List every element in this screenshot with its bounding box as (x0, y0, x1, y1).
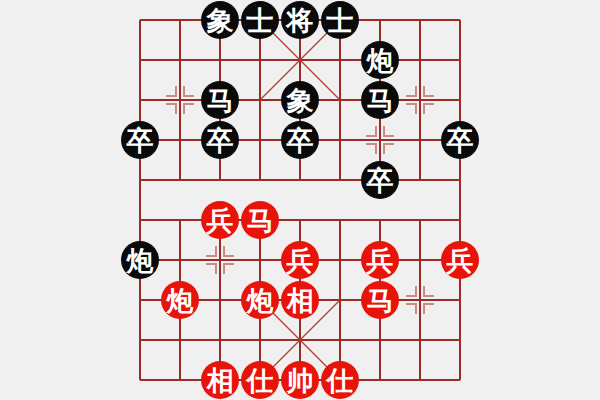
piece-red-f9[interactable]: 仕 (321, 361, 359, 399)
piece-red-d7[interactable]: 炮 (241, 281, 279, 319)
piece-black-c3[interactable]: 卒 (201, 121, 239, 159)
piece-red-g6[interactable]: 兵 (361, 241, 399, 279)
piece-black-e0[interactable]: 将 (281, 1, 319, 39)
piece-black-e3[interactable]: 卒 (281, 121, 319, 159)
piece-black-e2[interactable]: 象 (281, 81, 319, 119)
piece-black-a6[interactable]: 炮 (121, 241, 159, 279)
piece-black-c0[interactable]: 象 (201, 1, 239, 39)
piece-red-i6[interactable]: 兵 (441, 241, 479, 279)
piece-black-f0[interactable]: 士 (321, 1, 359, 39)
xiangqi-board-panel: 象士将士炮马象马卒卒卒卒卒兵马炮兵兵兵炮炮相马相仕帅仕 (0, 0, 600, 400)
piece-red-c5[interactable]: 兵 (201, 201, 239, 239)
piece-red-d9[interactable]: 仕 (241, 361, 279, 399)
piece-black-d0[interactable]: 士 (241, 1, 279, 39)
piece-red-e7[interactable]: 相 (281, 281, 319, 319)
piece-black-g1[interactable]: 炮 (361, 41, 399, 79)
piece-black-i3[interactable]: 卒 (441, 121, 479, 159)
piece-red-e9[interactable]: 帅 (281, 361, 319, 399)
piece-red-e6[interactable]: 兵 (281, 241, 319, 279)
piece-black-g4[interactable]: 卒 (361, 161, 399, 199)
piece-red-c9[interactable]: 相 (201, 361, 239, 399)
piece-red-d5[interactable]: 马 (241, 201, 279, 239)
piece-red-b7[interactable]: 炮 (161, 281, 199, 319)
piece-black-g2[interactable]: 马 (361, 81, 399, 119)
piece-black-a3[interactable]: 卒 (121, 121, 159, 159)
piece-black-c2[interactable]: 马 (201, 81, 239, 119)
board-grid[interactable]: 象士将士炮马象马卒卒卒卒卒兵马炮兵兵兵炮炮相马相仕帅仕 (120, 0, 480, 400)
piece-red-g7[interactable]: 马 (361, 281, 399, 319)
